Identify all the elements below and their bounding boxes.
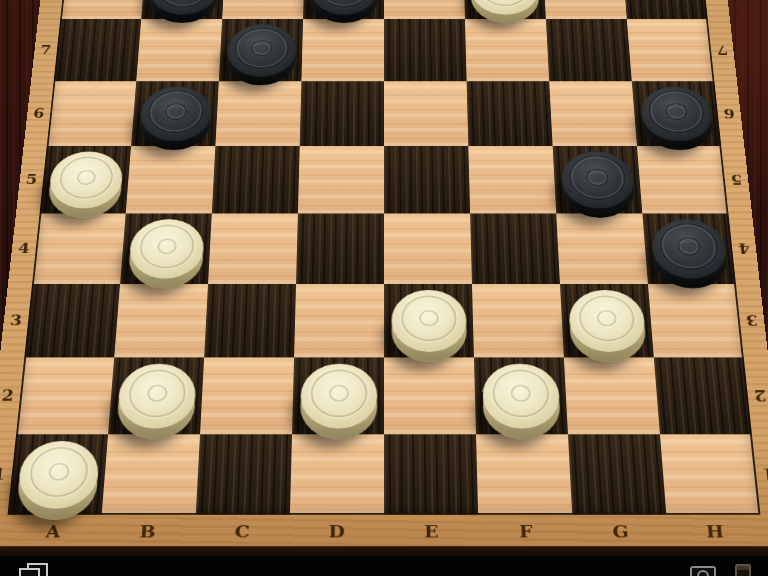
white-checker-a1[interactable]: ⛀ <box>16 441 101 509</box>
bottom-toolbar <box>0 556 768 576</box>
black-checker-c7[interactable]: ⛂ <box>226 24 297 76</box>
checker-top-face: ⛀ <box>299 363 376 428</box>
square-f8[interactable]: ⛀ <box>463 0 546 19</box>
black-draughts-man-glyph: ⛂ <box>151 92 199 134</box>
device-icon[interactable] <box>735 564 751 576</box>
black-draughts-man-glyph: ⛂ <box>572 157 622 201</box>
square-d4[interactable] <box>296 213 384 283</box>
square-a4[interactable] <box>32 213 126 283</box>
white-draughts-man-glyph: ⛀ <box>404 295 453 343</box>
square-h5[interactable] <box>637 146 728 213</box>
black-draughts-man-glyph: ⛂ <box>160 0 206 8</box>
camera-icon[interactable] <box>690 566 716 576</box>
square-b6[interactable]: ⛂ <box>131 81 219 146</box>
square-c3[interactable] <box>204 284 296 358</box>
square-d2[interactable]: ⛀ <box>292 357 384 434</box>
square-c2[interactable] <box>200 357 294 434</box>
square-c8[interactable] <box>222 0 305 19</box>
square-e2[interactable] <box>384 357 476 434</box>
square-f4[interactable] <box>470 213 560 283</box>
checker-top-face: ⛀ <box>116 363 197 428</box>
square-a3[interactable] <box>24 284 120 358</box>
file-label-bottom-f: F <box>478 515 574 548</box>
file-label-bottom-b: B <box>99 515 196 548</box>
checker-top-face: ⛂ <box>560 151 636 208</box>
black-checker-g5[interactable]: ⛂ <box>560 151 636 208</box>
square-f1[interactable] <box>476 434 572 514</box>
white-draughts-man-glyph: ⛀ <box>581 295 633 343</box>
white-draughts-man-glyph: ⛀ <box>60 157 111 201</box>
square-h3[interactable] <box>648 284 744 358</box>
square-a5[interactable]: ⛀ <box>40 146 131 213</box>
square-b5[interactable] <box>126 146 216 213</box>
checker-top-face: ⛀ <box>567 290 646 352</box>
square-e3[interactable]: ⛀ <box>384 284 474 358</box>
square-c4[interactable] <box>208 213 298 283</box>
checker-top-face: ⛀ <box>16 441 101 509</box>
white-checker-b2[interactable]: ⛀ <box>116 363 197 428</box>
square-h2[interactable] <box>654 357 752 434</box>
file-label-bottom-g: G <box>572 515 669 548</box>
checker-top-face: ⛂ <box>639 86 714 140</box>
square-g2[interactable] <box>564 357 660 434</box>
black-checker-b8[interactable]: ⛂ <box>148 0 219 14</box>
white-draughts-man-glyph: ⛀ <box>141 225 192 271</box>
white-checker-a5[interactable]: ⛀ <box>47 151 124 208</box>
square-a2[interactable] <box>16 357 114 434</box>
square-h7[interactable] <box>627 19 715 81</box>
file-label-bottom-a: A <box>4 515 102 548</box>
black-draughts-man-glyph: ⛂ <box>663 225 715 271</box>
file-label-bottom-h: H <box>666 515 764 548</box>
black-draughts-man-glyph: ⛂ <box>238 29 284 70</box>
square-a6[interactable] <box>47 81 136 146</box>
checker-top-face: ⛀ <box>391 290 467 352</box>
windows-icon[interactable] <box>19 563 49 576</box>
square-g8[interactable] <box>543 0 627 19</box>
square-f7[interactable] <box>465 19 549 81</box>
white-checker-d2[interactable]: ⛀ <box>299 363 376 428</box>
white-draughts-man-glyph: ⛀ <box>130 370 183 420</box>
checker-top-face: ⛂ <box>148 0 219 14</box>
square-b2[interactable]: ⛀ <box>108 357 204 434</box>
checker-top-face: ⛀ <box>47 151 124 208</box>
white-draughts-man-glyph: ⛀ <box>30 447 86 499</box>
square-f6[interactable] <box>467 81 553 146</box>
square-c1[interactable] <box>196 434 292 514</box>
square-b1[interactable] <box>102 434 200 514</box>
square-d6[interactable] <box>300 81 384 146</box>
square-b7[interactable] <box>136 19 222 81</box>
black-checker-d8[interactable]: ⛂ <box>310 0 378 14</box>
black-checker-h6[interactable]: ⛂ <box>639 86 714 140</box>
square-e6[interactable] <box>384 81 468 146</box>
square-d3[interactable] <box>294 284 384 358</box>
square-f2[interactable]: ⛀ <box>474 357 568 434</box>
square-b3[interactable] <box>114 284 208 358</box>
board-frame: AABBCCDDEEFFGGHH8877665544332211⛂⛂⛀⛂⛂⛂⛀⛂… <box>0 0 768 548</box>
square-g6[interactable] <box>549 81 637 146</box>
black-checker-h4[interactable]: ⛂ <box>650 219 729 278</box>
square-c6[interactable] <box>215 81 301 146</box>
white-checker-g3[interactable]: ⛀ <box>567 290 646 352</box>
checker-top-face: ⛂ <box>650 219 729 278</box>
white-draughts-man-glyph: ⛀ <box>313 370 363 420</box>
square-a8[interactable] <box>60 0 146 19</box>
square-e8[interactable] <box>384 0 465 19</box>
square-h1[interactable] <box>660 434 761 514</box>
square-a7[interactable] <box>54 19 142 81</box>
square-c5[interactable] <box>212 146 300 213</box>
file-label-bottom-d: D <box>289 515 384 548</box>
square-d8[interactable]: ⛂ <box>303 0 384 19</box>
windows-icon-front-pane <box>19 568 40 576</box>
square-h4[interactable]: ⛂ <box>642 213 736 283</box>
checker-top-face: ⛀ <box>470 0 539 14</box>
square-h8[interactable] <box>622 0 708 19</box>
checker-top-face: ⛀ <box>481 363 560 428</box>
square-a1[interactable]: ⛀ <box>8 434 109 514</box>
square-g4[interactable] <box>556 213 648 283</box>
white-checker-f8[interactable]: ⛀ <box>470 0 539 14</box>
square-e1[interactable] <box>384 434 478 514</box>
square-b8[interactable]: ⛂ <box>141 0 225 19</box>
white-checker-e3[interactable]: ⛀ <box>391 290 467 352</box>
white-draughts-man-glyph: ⛀ <box>495 370 547 420</box>
square-e4[interactable] <box>384 213 472 283</box>
square-h6[interactable]: ⛂ <box>632 81 721 146</box>
square-f3[interactable] <box>472 284 564 358</box>
square-c7[interactable]: ⛂ <box>219 19 303 81</box>
checker-top-face: ⛂ <box>226 24 297 76</box>
square-e7[interactable] <box>384 19 467 81</box>
file-label-bottom-c: C <box>194 515 290 548</box>
checkers-app-screen: AABBCCDDEEFFGGHH8877665544332211⛂⛂⛀⛂⛂⛂⛀⛂… <box>0 0 768 576</box>
square-f5[interactable] <box>468 146 556 213</box>
file-label-bottom-e: E <box>384 515 479 548</box>
black-draughts-man-glyph: ⛂ <box>322 0 366 8</box>
checker-top-face: ⛂ <box>138 86 212 140</box>
square-d1[interactable] <box>290 434 384 514</box>
square-g3[interactable]: ⛀ <box>560 284 654 358</box>
square-d5[interactable] <box>298 146 384 213</box>
camera-icon-lens <box>697 570 709 576</box>
square-g7[interactable] <box>546 19 632 81</box>
black-checker-b6[interactable]: ⛂ <box>138 86 212 140</box>
square-g1[interactable] <box>568 434 666 514</box>
checker-top-face: ⛂ <box>310 0 378 14</box>
white-checker-b4[interactable]: ⛀ <box>127 219 204 278</box>
white-checker-f2[interactable]: ⛀ <box>481 363 560 428</box>
white-draughts-man-glyph: ⛀ <box>482 0 527 8</box>
black-draughts-man-glyph: ⛂ <box>651 92 701 134</box>
square-e5[interactable] <box>384 146 470 213</box>
square-g5[interactable]: ⛂ <box>553 146 643 213</box>
square-d7[interactable] <box>301 19 384 81</box>
checker-top-face: ⛀ <box>127 219 204 278</box>
square-b4[interactable]: ⛀ <box>120 213 212 283</box>
